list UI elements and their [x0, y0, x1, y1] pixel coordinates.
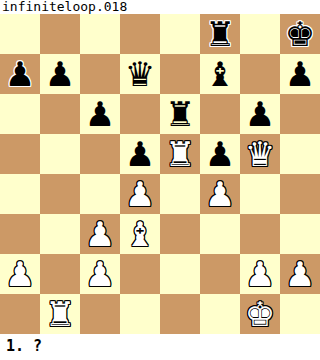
white-rook-b1: ♜ — [45, 294, 75, 334]
square-g1[interactable]: ♚ — [240, 294, 280, 334]
white-rook-e5: ♜ — [165, 134, 195, 174]
black-rook-e6: ♜ — [165, 94, 195, 134]
white-queen-g5: ♛ — [245, 134, 275, 174]
square-c8[interactable] — [80, 14, 120, 54]
square-e3[interactable] — [160, 214, 200, 254]
square-f7[interactable]: ♝ — [200, 54, 240, 94]
square-h6[interactable] — [280, 94, 320, 134]
square-b4[interactable] — [40, 174, 80, 214]
square-h7[interactable]: ♟ — [280, 54, 320, 94]
board-title: infiniteloop.018 — [0, 0, 320, 14]
white-pawn-h2: ♟ — [285, 254, 315, 294]
square-c4[interactable] — [80, 174, 120, 214]
white-pawn-f4: ♟ — [205, 174, 235, 214]
square-g5[interactable]: ♛ — [240, 134, 280, 174]
square-b3[interactable] — [40, 214, 80, 254]
square-a8[interactable] — [0, 14, 40, 54]
square-g7[interactable] — [240, 54, 280, 94]
black-pawn-d5: ♟ — [125, 134, 155, 174]
square-h2[interactable]: ♟ — [280, 254, 320, 294]
square-h1[interactable] — [280, 294, 320, 334]
square-a3[interactable] — [0, 214, 40, 254]
black-rook-f8: ♜ — [205, 14, 235, 54]
chess-board: ♜♚♟♟♛♝♟♟♜♟♟♜♟♛♟♟♟♝♟♟♟♟♜♚ — [0, 14, 320, 334]
square-c7[interactable] — [80, 54, 120, 94]
square-g3[interactable] — [240, 214, 280, 254]
black-pawn-c6: ♟ — [85, 94, 115, 134]
square-f5[interactable]: ♟ — [200, 134, 240, 174]
chess-puzzle-page: infiniteloop.018 ♜♚♟♟♛♝♟♟♜♟♟♜♟♛♟♟♟♝♟♟♟♟♜… — [0, 0, 320, 360]
move-prompt: 1. ? — [0, 334, 320, 360]
black-pawn-b7: ♟ — [45, 54, 75, 94]
square-f4[interactable]: ♟ — [200, 174, 240, 214]
square-f8[interactable]: ♜ — [200, 14, 240, 54]
white-pawn-c3: ♟ — [85, 214, 115, 254]
black-pawn-f5: ♟ — [205, 134, 235, 174]
square-b7[interactable]: ♟ — [40, 54, 80, 94]
square-a4[interactable] — [0, 174, 40, 214]
square-h5[interactable] — [280, 134, 320, 174]
square-c5[interactable] — [80, 134, 120, 174]
black-queen-d7: ♛ — [125, 54, 155, 94]
square-a2[interactable]: ♟ — [0, 254, 40, 294]
white-pawn-a2: ♟ — [5, 254, 35, 294]
square-d5[interactable]: ♟ — [120, 134, 160, 174]
square-b2[interactable] — [40, 254, 80, 294]
white-bishop-d3: ♝ — [125, 214, 155, 254]
square-f1[interactable] — [200, 294, 240, 334]
square-d3[interactable]: ♝ — [120, 214, 160, 254]
square-b6[interactable] — [40, 94, 80, 134]
square-e1[interactable] — [160, 294, 200, 334]
black-king-h8: ♚ — [285, 14, 315, 54]
black-bishop-f7: ♝ — [205, 54, 235, 94]
square-e4[interactable] — [160, 174, 200, 214]
square-a1[interactable] — [0, 294, 40, 334]
white-pawn-g2: ♟ — [245, 254, 275, 294]
square-c2[interactable]: ♟ — [80, 254, 120, 294]
square-a7[interactable]: ♟ — [0, 54, 40, 94]
square-b8[interactable] — [40, 14, 80, 54]
square-h8[interactable]: ♚ — [280, 14, 320, 54]
square-h4[interactable] — [280, 174, 320, 214]
square-c1[interactable] — [80, 294, 120, 334]
white-pawn-d4: ♟ — [125, 174, 155, 214]
square-g4[interactable] — [240, 174, 280, 214]
square-d7[interactable]: ♛ — [120, 54, 160, 94]
square-h3[interactable] — [280, 214, 320, 254]
square-f6[interactable] — [200, 94, 240, 134]
square-f2[interactable] — [200, 254, 240, 294]
square-b1[interactable]: ♜ — [40, 294, 80, 334]
white-pawn-c2: ♟ — [85, 254, 115, 294]
black-pawn-h7: ♟ — [285, 54, 315, 94]
square-c3[interactable]: ♟ — [80, 214, 120, 254]
square-d1[interactable] — [120, 294, 160, 334]
square-g2[interactable]: ♟ — [240, 254, 280, 294]
square-d4[interactable]: ♟ — [120, 174, 160, 214]
black-pawn-a7: ♟ — [5, 54, 35, 94]
white-king-g1: ♚ — [245, 294, 275, 334]
square-d8[interactable] — [120, 14, 160, 54]
square-f3[interactable] — [200, 214, 240, 254]
square-d2[interactable] — [120, 254, 160, 294]
square-b5[interactable] — [40, 134, 80, 174]
square-e8[interactable] — [160, 14, 200, 54]
black-pawn-g6: ♟ — [245, 94, 275, 134]
square-g8[interactable] — [240, 14, 280, 54]
square-e2[interactable] — [160, 254, 200, 294]
square-g6[interactable]: ♟ — [240, 94, 280, 134]
square-e5[interactable]: ♜ — [160, 134, 200, 174]
square-e7[interactable] — [160, 54, 200, 94]
square-a6[interactable] — [0, 94, 40, 134]
square-d6[interactable] — [120, 94, 160, 134]
square-a5[interactable] — [0, 134, 40, 174]
square-c6[interactable]: ♟ — [80, 94, 120, 134]
square-e6[interactable]: ♜ — [160, 94, 200, 134]
